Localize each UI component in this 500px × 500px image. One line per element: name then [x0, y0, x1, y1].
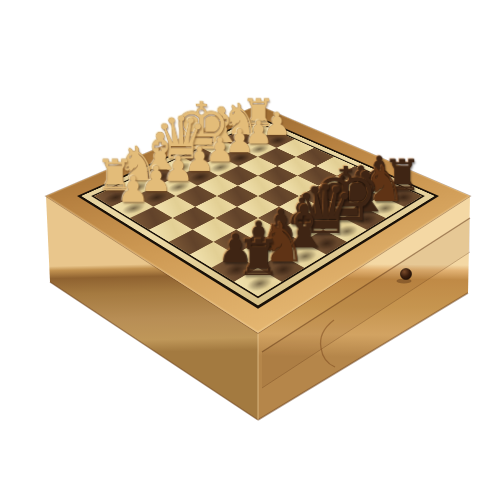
product-photo-chess-box: ♜♞♝♛♚♝♞♜♟♟♟♟♟♟♟♟♟♟♟♟♟♟♟♟♜♞♝♛♚♝♞♜: [0, 0, 500, 500]
board-grid: ♜♞♝♛♚♝♞♜♟♟♟♟♟♟♟♟♟♟♟♟♟♟♟♟♜♞♝♛♚♝♞♜: [94, 123, 422, 296]
piece-black-rook[interactable]: ♜: [221, 233, 295, 283]
board-plate: ♜♞♝♛♚♝♞♜♟♟♟♟♟♟♟♟♟♟♟♟♟♟♟♟♜♞♝♛♚♝♞♜: [77, 116, 439, 308]
box-top-rim: ♜♞♝♛♚♝♞♜♟♟♟♟♟♟♟♟♟♟♟♟♟♟♟♟♜♞♝♛♚♝♞♜: [46, 105, 470, 333]
board-scene: ♜♞♝♛♚♝♞♜♟♟♟♟♟♟♟♟♟♟♟♟♟♟♟♟♜♞♝♛♚♝♞♜: [0, 0, 500, 500]
board-field: ♜♞♝♛♚♝♞♜♟♟♟♟♟♟♟♟♟♟♟♟♟♟♟♟♜♞♝♛♚♝♞♜: [91, 122, 425, 298]
square-a8[interactable]: ♜: [234, 268, 282, 296]
piece-white-pawn[interactable]: ♟: [100, 172, 165, 208]
